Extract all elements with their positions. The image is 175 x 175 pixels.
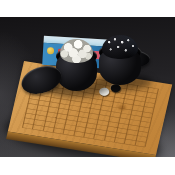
letterbox-top [0, 0, 175, 17]
wood-knot [118, 105, 126, 110]
black-stone-bowl [99, 33, 141, 85]
star-point [55, 117, 57, 118]
white-stone-bowl [56, 39, 97, 91]
black-stones-heap [102, 35, 138, 59]
photo-scene: ●● [0, 17, 175, 157]
star-point [123, 98, 125, 99]
star-point [116, 127, 118, 128]
letterbox-bottom [0, 157, 175, 175]
white-stones-heap [60, 39, 93, 63]
board-point [139, 143, 150, 149]
star-point [89, 107, 91, 108]
